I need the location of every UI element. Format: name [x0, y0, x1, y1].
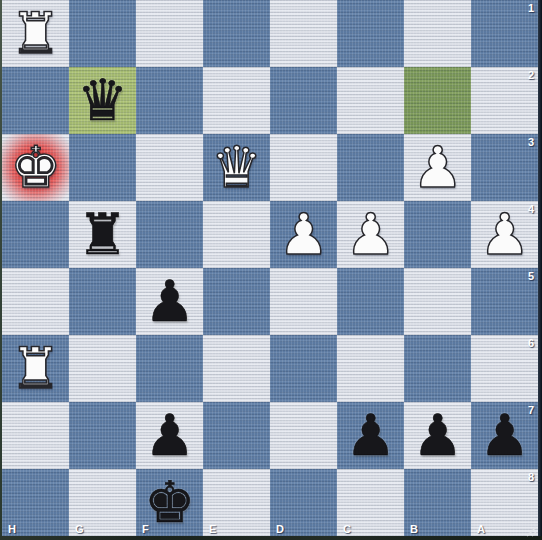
white-pawn[interactable]: ♟	[404, 134, 471, 201]
square-f3[interactable]	[136, 134, 203, 201]
square-c8[interactable]: C	[337, 469, 404, 536]
white-pawn[interactable]: ♟	[270, 201, 337, 268]
square-f5[interactable]: ♟	[136, 268, 203, 335]
square-h5[interactable]	[2, 268, 69, 335]
square-e1[interactable]	[203, 0, 270, 67]
square-e3[interactable]: ♛	[203, 134, 270, 201]
square-e7[interactable]	[203, 402, 270, 469]
board-bottom-border	[0, 536, 542, 540]
square-f1[interactable]	[136, 0, 203, 67]
file-label-a: A	[477, 523, 485, 535]
square-c4[interactable]: ♟	[337, 201, 404, 268]
square-f4[interactable]	[136, 201, 203, 268]
square-d5[interactable]	[270, 268, 337, 335]
square-b8[interactable]: B	[404, 469, 471, 536]
square-h3[interactable]: ♚	[2, 134, 69, 201]
square-d7[interactable]	[270, 402, 337, 469]
rank-label-1: 1	[528, 2, 534, 14]
square-g8[interactable]: G	[69, 469, 136, 536]
chess-board[interactable]: ♜1♛2♚♛♟3♜♟♟♟4♟5♜6♟♟♟♟7HG♚FEDCB8A	[2, 0, 538, 536]
file-label-b: B	[410, 523, 418, 535]
white-queen[interactable]: ♛	[203, 134, 270, 201]
square-h7[interactable]	[2, 402, 69, 469]
square-h2[interactable]	[2, 67, 69, 134]
square-f2[interactable]	[136, 67, 203, 134]
square-c5[interactable]	[337, 268, 404, 335]
square-g2[interactable]: ♛	[69, 67, 136, 134]
square-g1[interactable]	[69, 0, 136, 67]
square-a7[interactable]: ♟7	[471, 402, 538, 469]
square-b1[interactable]	[404, 0, 471, 67]
square-b6[interactable]	[404, 335, 471, 402]
white-king[interactable]: ♚	[2, 134, 69, 201]
black-rook[interactable]: ♜	[69, 201, 136, 268]
rank-label-8: 8	[528, 471, 534, 483]
rank-label-6: 6	[528, 337, 534, 349]
square-b3[interactable]: ♟	[404, 134, 471, 201]
square-g4[interactable]: ♜	[69, 201, 136, 268]
black-queen[interactable]: ♛	[69, 67, 136, 134]
square-a3[interactable]: 3	[471, 134, 538, 201]
square-a4[interactable]: ♟4	[471, 201, 538, 268]
black-pawn[interactable]: ♟	[136, 268, 203, 335]
square-h4[interactable]	[2, 201, 69, 268]
square-f6[interactable]	[136, 335, 203, 402]
square-d3[interactable]	[270, 134, 337, 201]
square-a1[interactable]: 1	[471, 0, 538, 67]
black-pawn[interactable]: ♟	[404, 402, 471, 469]
black-pawn[interactable]: ♟	[471, 402, 538, 469]
rank-label-3: 3	[528, 136, 534, 148]
square-h8[interactable]: H	[2, 469, 69, 536]
square-g3[interactable]	[69, 134, 136, 201]
board-right-border	[538, 0, 542, 540]
square-f7[interactable]: ♟	[136, 402, 203, 469]
white-pawn[interactable]: ♟	[471, 201, 538, 268]
square-a2[interactable]: 2	[471, 67, 538, 134]
square-d8[interactable]: D	[270, 469, 337, 536]
square-g5[interactable]	[69, 268, 136, 335]
square-b7[interactable]: ♟	[404, 402, 471, 469]
square-a5[interactable]: 5	[471, 268, 538, 335]
square-e2[interactable]	[203, 67, 270, 134]
square-d1[interactable]	[270, 0, 337, 67]
white-rook[interactable]: ♜	[2, 335, 69, 402]
square-g6[interactable]	[69, 335, 136, 402]
square-h6[interactable]: ♜	[2, 335, 69, 402]
square-e4[interactable]	[203, 201, 270, 268]
square-e6[interactable]	[203, 335, 270, 402]
white-rook[interactable]: ♜	[2, 0, 69, 67]
square-c2[interactable]	[337, 67, 404, 134]
square-e5[interactable]	[203, 268, 270, 335]
white-pawn[interactable]: ♟	[337, 201, 404, 268]
square-g7[interactable]	[69, 402, 136, 469]
square-c1[interactable]	[337, 0, 404, 67]
square-c3[interactable]	[337, 134, 404, 201]
square-b5[interactable]	[404, 268, 471, 335]
square-c7[interactable]: ♟	[337, 402, 404, 469]
square-c6[interactable]	[337, 335, 404, 402]
square-a6[interactable]: 6	[471, 335, 538, 402]
square-d2[interactable]	[270, 67, 337, 134]
file-label-e: E	[209, 523, 216, 535]
square-d6[interactable]	[270, 335, 337, 402]
square-e8[interactable]: E	[203, 469, 270, 536]
file-label-d: D	[276, 523, 284, 535]
square-d4[interactable]: ♟	[270, 201, 337, 268]
square-h1[interactable]: ♜	[2, 0, 69, 67]
rank-label-5: 5	[528, 270, 534, 282]
file-label-c: C	[343, 523, 351, 535]
file-label-h: H	[8, 523, 16, 535]
resize-handle-icon[interactable]	[525, 523, 537, 535]
square-b4[interactable]	[404, 201, 471, 268]
black-pawn[interactable]: ♟	[337, 402, 404, 469]
file-label-g: G	[75, 523, 84, 535]
square-b2[interactable]	[404, 67, 471, 134]
chess-board-window: ♜1♛2♚♛♟3♜♟♟♟4♟5♜6♟♟♟♟7HG♚FEDCB8A	[0, 0, 542, 540]
black-pawn[interactable]: ♟	[136, 402, 203, 469]
square-f8[interactable]: ♚F	[136, 469, 203, 536]
rank-label-2: 2	[528, 69, 534, 81]
black-king[interactable]: ♚	[136, 469, 203, 536]
